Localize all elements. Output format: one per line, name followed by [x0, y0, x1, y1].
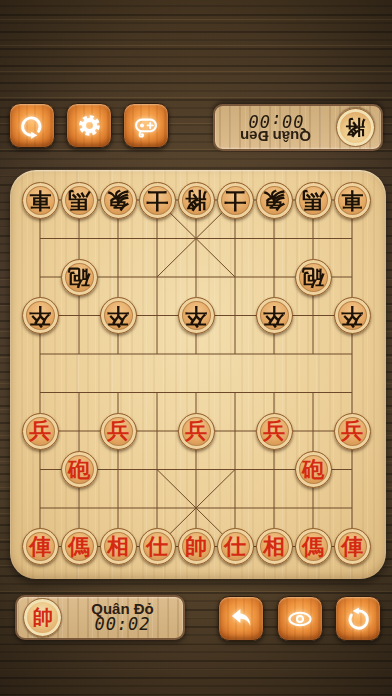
- undo-icon: [228, 605, 255, 632]
- piece-red-advisor[interactable]: 仕: [139, 528, 176, 565]
- red-chariot-glyph: 俥: [29, 536, 51, 558]
- eye-icon: [286, 605, 314, 633]
- piece-black-general[interactable]: 將: [178, 182, 215, 219]
- black-soldier-glyph: 卒: [341, 305, 363, 327]
- black-advisor-glyph: 士: [146, 189, 168, 211]
- black-soldier-glyph: 卒: [107, 305, 129, 327]
- piece-black-soldier[interactable]: 卒: [256, 297, 293, 334]
- red-elephant-glyph: 相: [263, 536, 285, 558]
- piece-black-soldier[interactable]: 卒: [178, 297, 215, 334]
- piece-red-advisor[interactable]: 仕: [217, 528, 254, 565]
- piece-red-general[interactable]: 帥: [178, 528, 215, 565]
- red-cannon-glyph: 砲: [302, 459, 324, 481]
- piece-black-advisor[interactable]: 士: [217, 182, 254, 219]
- black-player-timer: 00:00: [247, 111, 303, 129]
- black-chariot-glyph: 車: [29, 189, 51, 211]
- red-soldier-glyph: 兵: [341, 420, 363, 442]
- red-elephant-glyph: 相: [107, 536, 129, 558]
- red-general-glyph: 帥: [33, 604, 53, 631]
- piece-red-horse[interactable]: 傌: [295, 528, 332, 565]
- piece-red-chariot[interactable]: 俥: [334, 528, 371, 565]
- piece-red-chariot[interactable]: 俥: [22, 528, 59, 565]
- xiangqi-board[interactable]: 車馬象士將士象馬車砲砲卒卒卒卒卒兵兵兵兵兵砲砲俥傌相仕帥仕相傌俥: [10, 170, 386, 579]
- red-soldier-glyph: 兵: [29, 420, 51, 442]
- red-soldier-glyph: 兵: [263, 420, 285, 442]
- red-player-plaque: 帥 Quân Đỏ 00:02: [15, 595, 185, 640]
- restart-icon: [19, 113, 45, 139]
- black-player-plaque: 將 Quân Đen 00:00: [213, 104, 383, 151]
- piece-black-chariot[interactable]: 車: [334, 182, 371, 219]
- black-soldier-glyph: 卒: [29, 305, 51, 327]
- xiangqi-app-screen: { "game": "Xiangqi (Chinese Chess)", "po…: [0, 0, 392, 696]
- piece-black-elephant[interactable]: 象: [100, 182, 137, 219]
- red-horse-glyph: 傌: [68, 536, 90, 558]
- redo-icon: [345, 606, 371, 632]
- red-horse-glyph: 傌: [302, 536, 324, 558]
- black-player-name: Quân Đen: [240, 129, 311, 145]
- piece-red-soldier[interactable]: 兵: [22, 413, 59, 450]
- controller-icon: [132, 112, 160, 140]
- black-general-glyph: 將: [346, 114, 366, 141]
- piece-red-cannon[interactable]: 砲: [61, 451, 98, 488]
- board-grid-lines: [10, 170, 386, 579]
- piece-black-horse[interactable]: 馬: [61, 182, 98, 219]
- piece-red-cannon[interactable]: 砲: [295, 451, 332, 488]
- black-cannon-glyph: 砲: [302, 266, 324, 288]
- black-elephant-glyph: 象: [263, 189, 285, 211]
- red-player-timer: 00:02: [94, 616, 150, 634]
- piece-red-soldier[interactable]: 兵: [178, 413, 215, 450]
- piece-red-elephant[interactable]: 相: [100, 528, 137, 565]
- black-advisor-glyph: 士: [224, 189, 246, 211]
- black-cannon-glyph: 砲: [68, 266, 90, 288]
- red-general-glyph: 帥: [185, 536, 207, 558]
- piece-black-soldier[interactable]: 卒: [22, 297, 59, 334]
- red-cannon-glyph: 砲: [68, 459, 90, 481]
- piece-black-cannon[interactable]: 砲: [61, 259, 98, 296]
- piece-black-chariot[interactable]: 車: [22, 182, 59, 219]
- piece-red-soldier[interactable]: 兵: [256, 413, 293, 450]
- red-soldier-glyph: 兵: [185, 420, 207, 442]
- settings-button[interactable]: [66, 103, 112, 148]
- redo-button[interactable]: [335, 596, 381, 641]
- hint-button[interactable]: [277, 596, 323, 641]
- black-general-badge: 將: [336, 108, 375, 147]
- piece-black-soldier[interactable]: 卒: [334, 297, 371, 334]
- red-advisor-glyph: 仕: [146, 536, 168, 558]
- piece-black-elephant[interactable]: 象: [256, 182, 293, 219]
- red-advisor-glyph: 仕: [224, 536, 246, 558]
- piece-red-elephant[interactable]: 相: [256, 528, 293, 565]
- red-general-badge: 帥: [23, 598, 62, 637]
- piece-black-advisor[interactable]: 士: [139, 182, 176, 219]
- piece-black-soldier[interactable]: 卒: [100, 297, 137, 334]
- piece-black-horse[interactable]: 馬: [295, 182, 332, 219]
- black-horse-glyph: 馬: [68, 189, 90, 211]
- black-soldier-glyph: 卒: [263, 305, 285, 327]
- piece-red-horse[interactable]: 傌: [61, 528, 98, 565]
- piece-red-soldier[interactable]: 兵: [100, 413, 137, 450]
- black-chariot-glyph: 車: [341, 189, 363, 211]
- undo-button[interactable]: [218, 596, 264, 641]
- piece-black-cannon[interactable]: 砲: [295, 259, 332, 296]
- gear-icon: [76, 112, 103, 139]
- piece-red-soldier[interactable]: 兵: [334, 413, 371, 450]
- black-soldier-glyph: 卒: [185, 305, 207, 327]
- black-elephant-glyph: 象: [107, 189, 129, 211]
- red-chariot-glyph: 俥: [341, 536, 363, 558]
- black-horse-glyph: 馬: [302, 189, 324, 211]
- restart-button[interactable]: [9, 103, 55, 148]
- other-games-button[interactable]: [123, 103, 169, 148]
- red-soldier-glyph: 兵: [107, 420, 129, 442]
- black-general-glyph: 將: [185, 189, 207, 211]
